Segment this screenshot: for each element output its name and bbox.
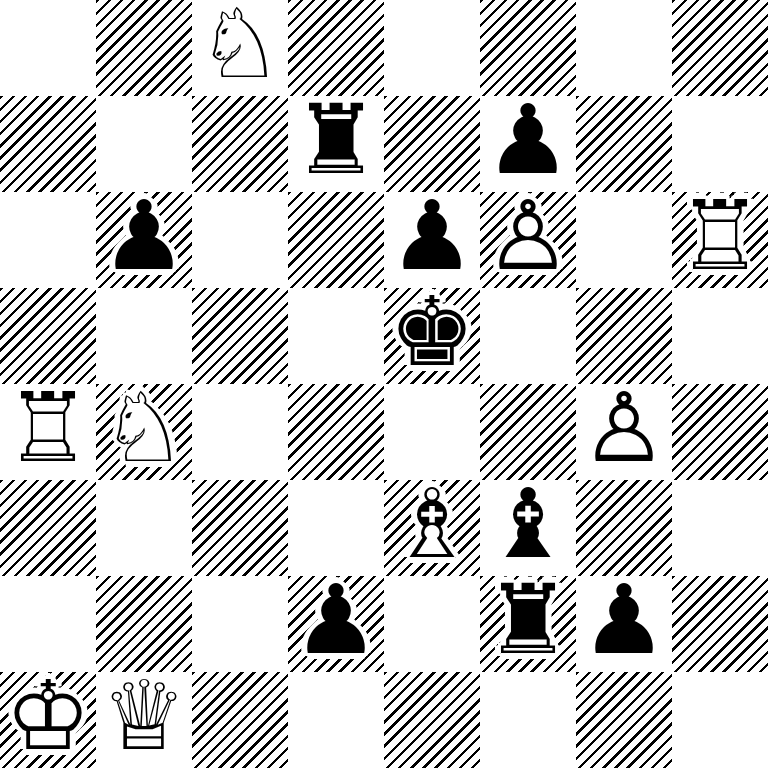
piece-white-queen: ♛♕ — [96, 672, 192, 768]
square-f6[interactable]: ♟♙ — [480, 192, 576, 288]
white-rook-icon: ♖ — [677, 188, 763, 284]
square-d4[interactable] — [288, 384, 384, 480]
square-e4[interactable] — [384, 384, 480, 480]
white-pawn-icon: ♙ — [581, 380, 667, 476]
square-e7[interactable] — [384, 96, 480, 192]
square-d3[interactable] — [288, 480, 384, 576]
square-g2[interactable]: ♟ — [576, 576, 672, 672]
black-bishop-icon: ♝ — [485, 476, 571, 572]
square-h8[interactable] — [672, 0, 768, 96]
piece-white-knight: ♞♘ — [192, 0, 288, 96]
piece-black-pawn: ♟ — [384, 192, 480, 288]
square-a1[interactable]: ♚♔ — [0, 672, 96, 768]
square-g7[interactable] — [576, 96, 672, 192]
piece-white-bishop: ♝♗ — [384, 480, 480, 576]
square-f8[interactable] — [480, 0, 576, 96]
white-king-icon: ♔ — [5, 668, 91, 764]
black-pawn-icon: ♟ — [581, 572, 667, 668]
piece-black-rook: ♜ — [288, 96, 384, 192]
black-king-icon: ♚ — [389, 284, 475, 380]
piece-white-pawn: ♟♙ — [576, 384, 672, 480]
square-h7[interactable] — [672, 96, 768, 192]
piece-white-rook: ♜♖ — [0, 384, 96, 480]
square-b1[interactable]: ♛♕ — [96, 672, 192, 768]
square-g8[interactable] — [576, 0, 672, 96]
white-bishop-icon: ♗ — [389, 476, 475, 572]
black-rook-icon: ♜ — [293, 92, 379, 188]
white-rook-icon: ♖ — [5, 380, 91, 476]
square-d8[interactable] — [288, 0, 384, 96]
square-f7[interactable]: ♟ — [480, 96, 576, 192]
piece-black-king: ♚ — [384, 288, 480, 384]
square-e8[interactable] — [384, 0, 480, 96]
square-g1[interactable] — [576, 672, 672, 768]
piece-black-pawn: ♟ — [96, 192, 192, 288]
square-d7[interactable]: ♜ — [288, 96, 384, 192]
square-c4[interactable] — [192, 384, 288, 480]
square-g4[interactable]: ♟♙ — [576, 384, 672, 480]
square-h6[interactable]: ♜♖ — [672, 192, 768, 288]
piece-black-rook: ♜ — [480, 576, 576, 672]
square-h1[interactable] — [672, 672, 768, 768]
square-b4[interactable]: ♞♘ — [96, 384, 192, 480]
piece-black-pawn: ♟ — [576, 576, 672, 672]
black-pawn-icon: ♟ — [485, 92, 571, 188]
square-c2[interactable] — [192, 576, 288, 672]
square-a6[interactable] — [0, 192, 96, 288]
square-c7[interactable] — [192, 96, 288, 192]
piece-white-rook: ♜♖ — [672, 192, 768, 288]
black-pawn-icon: ♟ — [389, 188, 475, 284]
white-knight-icon: ♘ — [101, 380, 187, 476]
square-b5[interactable] — [96, 288, 192, 384]
white-queen-icon: ♕ — [101, 668, 187, 764]
square-e1[interactable] — [384, 672, 480, 768]
piece-white-king: ♚♔ — [0, 672, 96, 768]
square-g6[interactable] — [576, 192, 672, 288]
square-h3[interactable] — [672, 480, 768, 576]
square-e6[interactable]: ♟ — [384, 192, 480, 288]
square-c5[interactable] — [192, 288, 288, 384]
black-pawn-icon: ♟ — [101, 188, 187, 284]
black-rook-icon: ♜ — [485, 572, 571, 668]
square-e5[interactable]: ♚ — [384, 288, 480, 384]
square-a7[interactable] — [0, 96, 96, 192]
square-h4[interactable] — [672, 384, 768, 480]
piece-white-knight: ♞♘ — [96, 384, 192, 480]
square-c3[interactable] — [192, 480, 288, 576]
black-pawn-icon: ♟ — [293, 572, 379, 668]
white-pawn-icon: ♙ — [485, 188, 571, 284]
square-e2[interactable] — [384, 576, 480, 672]
square-f5[interactable] — [480, 288, 576, 384]
square-a4[interactable]: ♜♖ — [0, 384, 96, 480]
square-f3[interactable]: ♝ — [480, 480, 576, 576]
square-d1[interactable] — [288, 672, 384, 768]
square-f2[interactable]: ♜ — [480, 576, 576, 672]
square-d6[interactable] — [288, 192, 384, 288]
square-c1[interactable] — [192, 672, 288, 768]
square-b2[interactable] — [96, 576, 192, 672]
piece-black-pawn: ♟ — [288, 576, 384, 672]
square-h2[interactable] — [672, 576, 768, 672]
square-f4[interactable] — [480, 384, 576, 480]
square-e3[interactable]: ♝♗ — [384, 480, 480, 576]
square-d2[interactable]: ♟ — [288, 576, 384, 672]
square-a2[interactable] — [0, 576, 96, 672]
piece-white-pawn: ♟♙ — [480, 192, 576, 288]
square-a8[interactable] — [0, 0, 96, 96]
square-c8[interactable]: ♞♘ — [192, 0, 288, 96]
white-knight-icon: ♘ — [197, 0, 283, 92]
square-b8[interactable] — [96, 0, 192, 96]
square-c6[interactable] — [192, 192, 288, 288]
square-b6[interactable]: ♟ — [96, 192, 192, 288]
square-d5[interactable] — [288, 288, 384, 384]
piece-black-pawn: ♟ — [480, 96, 576, 192]
square-g3[interactable] — [576, 480, 672, 576]
square-a5[interactable] — [0, 288, 96, 384]
piece-black-bishop: ♝ — [480, 480, 576, 576]
square-h5[interactable] — [672, 288, 768, 384]
square-f1[interactable] — [480, 672, 576, 768]
square-a3[interactable] — [0, 480, 96, 576]
chess-board: ♞♘♜♟♟♟♟♙♜♖♚♜♖♞♘♟♙♝♗♝♟♜♟♚♔♛♕ — [0, 0, 768, 768]
square-b3[interactable] — [96, 480, 192, 576]
square-b7[interactable] — [96, 96, 192, 192]
square-g5[interactable] — [576, 288, 672, 384]
